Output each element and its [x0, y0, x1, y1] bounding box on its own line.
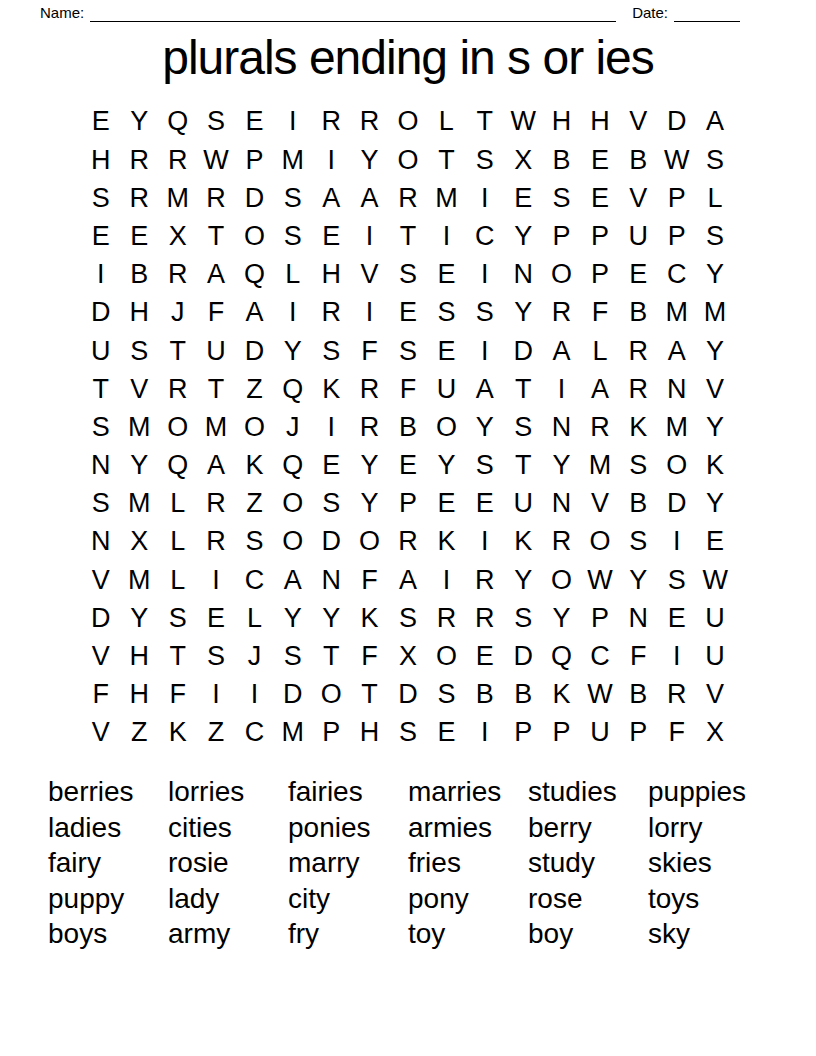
grid-cell-r8c6[interactable]: Q	[274, 370, 312, 408]
word-list-item-fries: fries	[408, 845, 528, 881]
grid-cell-r16c9[interactable]: D	[389, 676, 427, 714]
grid-cell-r12c15[interactable]: S	[619, 523, 657, 561]
grid-cell-r4c17[interactable]: S	[696, 217, 734, 255]
grid-cell-r11c5[interactable]: Z	[235, 485, 273, 523]
grid-cell-r6c6[interactable]: I	[274, 294, 312, 332]
grid-cell-r5c9[interactable]: S	[389, 256, 427, 294]
grid-cell-r16c11[interactable]: B	[466, 676, 504, 714]
grid-cell-r3c6[interactable]: S	[274, 179, 312, 217]
grid-cell-r5c8[interactable]: V	[350, 256, 388, 294]
grid-cell-r12c13[interactable]: R	[542, 523, 580, 561]
grid-cell-r7c10[interactable]: E	[427, 332, 465, 370]
grid-cell-r8c14[interactable]: A	[581, 370, 619, 408]
grid-cell-r13c9[interactable]: A	[389, 561, 427, 599]
grid-cell-r8c10[interactable]: U	[427, 370, 465, 408]
grid-cell-r11c13[interactable]: N	[542, 485, 580, 523]
grid-cell-r15c17[interactable]: U	[696, 637, 734, 675]
grid-cell-r10c9[interactable]: E	[389, 446, 427, 484]
grid-cell-r3c12[interactable]: E	[504, 179, 542, 217]
grid-cell-r1c16[interactable]: D	[658, 103, 696, 141]
grid-cell-r9c6[interactable]: J	[274, 408, 312, 446]
grid-cell-r6c13[interactable]: R	[542, 294, 580, 332]
grid-cell-r16c12[interactable]: B	[504, 676, 542, 714]
grid-cell-r3c16[interactable]: P	[658, 179, 696, 217]
grid-cell-r13c4[interactable]: I	[197, 561, 235, 599]
grid-cell-r11c4[interactable]: R	[197, 485, 235, 523]
grid-cell-r2c3[interactable]: R	[158, 141, 196, 179]
grid-cell-r11c14[interactable]: V	[581, 485, 619, 523]
grid-cell-r12c7[interactable]: D	[312, 523, 350, 561]
grid-cell-r9c3[interactable]: O	[158, 408, 196, 446]
grid-cell-r10c7[interactable]: E	[312, 446, 350, 484]
grid-cell-r2c14[interactable]: E	[581, 141, 619, 179]
grid-cell-r6c9[interactable]: E	[389, 294, 427, 332]
grid-cell-r9c17[interactable]: Y	[696, 408, 734, 446]
grid-cell-r4c12[interactable]: Y	[504, 217, 542, 255]
grid-cell-r10c8[interactable]: Y	[350, 446, 388, 484]
grid-cell-r5c13[interactable]: O	[542, 256, 580, 294]
grid-cell-r2c9[interactable]: O	[389, 141, 427, 179]
grid-cell-r4c11[interactable]: C	[466, 217, 504, 255]
grid-cell-r7c9[interactable]: S	[389, 332, 427, 370]
grid-cell-r6c4[interactable]: F	[197, 294, 235, 332]
grid-cell-r14c7[interactable]: Y	[312, 599, 350, 637]
grid-cell-r14c4[interactable]: E	[197, 599, 235, 637]
grid-cell-r14c15[interactable]: N	[619, 599, 657, 637]
grid-cell-r8c13[interactable]: I	[542, 370, 580, 408]
grid-cell-r3c7[interactable]: A	[312, 179, 350, 217]
grid-cell-r7c17[interactable]: Y	[696, 332, 734, 370]
grid-cell-r5c17[interactable]: Y	[696, 256, 734, 294]
grid-cell-r5c16[interactable]: C	[658, 256, 696, 294]
grid-cell-r4c8[interactable]: I	[350, 217, 388, 255]
grid-cell-r13c5[interactable]: C	[235, 561, 273, 599]
grid-cell-r6c2[interactable]: H	[120, 294, 158, 332]
grid-cell-r4c5[interactable]: O	[235, 217, 273, 255]
grid-cell-r12c2[interactable]: X	[120, 523, 158, 561]
grid-cell-r15c2[interactable]: H	[120, 637, 158, 675]
grid-cell-r9c1[interactable]: S	[82, 408, 120, 446]
grid-cell-r17c11[interactable]: I	[466, 714, 504, 752]
grid-cell-r16c4[interactable]: I	[197, 676, 235, 714]
grid-cell-r13c11[interactable]: R	[466, 561, 504, 599]
grid-cell-r10c14[interactable]: M	[581, 446, 619, 484]
grid-cell-r12c4[interactable]: R	[197, 523, 235, 561]
grid-cell-r12c14[interactable]: O	[581, 523, 619, 561]
grid-cell-r8c8[interactable]: R	[350, 370, 388, 408]
grid-cell-r2c12[interactable]: X	[504, 141, 542, 179]
grid-cell-r15c4[interactable]: S	[197, 637, 235, 675]
grid-cell-r14c16[interactable]: E	[658, 599, 696, 637]
grid-cell-r4c6[interactable]: S	[274, 217, 312, 255]
grid-cell-r2c8[interactable]: Y	[350, 141, 388, 179]
grid-cell-r13c15[interactable]: Y	[619, 561, 657, 599]
grid-cell-r9c7[interactable]: I	[312, 408, 350, 446]
grid-cell-r10c3[interactable]: Q	[158, 446, 196, 484]
grid-cell-r2c16[interactable]: W	[658, 141, 696, 179]
grid-cell-r12c8[interactable]: O	[350, 523, 388, 561]
grid-cell-r3c15[interactable]: V	[619, 179, 657, 217]
grid-cell-r16c1[interactable]: F	[82, 676, 120, 714]
grid-cell-r4c15[interactable]: U	[619, 217, 657, 255]
word-list-item-studies: studies	[528, 774, 648, 810]
grid-cell-r13c12[interactable]: Y	[504, 561, 542, 599]
grid-cell-r8c1[interactable]: T	[82, 370, 120, 408]
grid-cell-r13c3[interactable]: L	[158, 561, 196, 599]
grid-cell-r9c2[interactable]: M	[120, 408, 158, 446]
grid-cell-r17c10[interactable]: E	[427, 714, 465, 752]
grid-cell-r15c12[interactable]: D	[504, 637, 542, 675]
grid-cell-r16c8[interactable]: T	[350, 676, 388, 714]
grid-cell-r4c10[interactable]: I	[427, 217, 465, 255]
grid-cell-r11c6[interactable]: O	[274, 485, 312, 523]
grid-cell-r6c16[interactable]: M	[658, 294, 696, 332]
grid-cell-r16c15[interactable]: B	[619, 676, 657, 714]
grid-cell-r6c7[interactable]: R	[312, 294, 350, 332]
grid-cell-r16c3[interactable]: F	[158, 676, 196, 714]
grid-cell-r14c9[interactable]: S	[389, 599, 427, 637]
grid-cell-r1c6[interactable]: I	[274, 103, 312, 141]
grid-cell-r2c5[interactable]: P	[235, 141, 273, 179]
grid-cell-r9c5[interactable]: O	[235, 408, 273, 446]
grid-cell-r12c3[interactable]: L	[158, 523, 196, 561]
grid-cell-r4c14[interactable]: P	[581, 217, 619, 255]
grid-cell-r16c14[interactable]: W	[581, 676, 619, 714]
grid-cell-r15c15[interactable]: F	[619, 637, 657, 675]
grid-cell-r16c16[interactable]: R	[658, 676, 696, 714]
grid-cell-r6c5[interactable]: A	[235, 294, 273, 332]
grid-cell-r15c1[interactable]: V	[82, 637, 120, 675]
grid-cell-r1c8[interactable]: R	[350, 103, 388, 141]
grid-cell-r8c11[interactable]: A	[466, 370, 504, 408]
grid-cell-r11c17[interactable]: Y	[696, 485, 734, 523]
grid-cell-r9c16[interactable]: M	[658, 408, 696, 446]
grid-cell-r9c14[interactable]: R	[581, 408, 619, 446]
grid-cell-r10c12[interactable]: T	[504, 446, 542, 484]
grid-cell-r11c2[interactable]: M	[120, 485, 158, 523]
grid-cell-r12c16[interactable]: I	[658, 523, 696, 561]
grid-cell-r4c1[interactable]: E	[82, 217, 120, 255]
grid-cell-r1c2[interactable]: Y	[120, 103, 158, 141]
grid-cell-r4c3[interactable]: X	[158, 217, 196, 255]
grid-cell-r7c16[interactable]: A	[658, 332, 696, 370]
grid-cell-r13c7[interactable]: N	[312, 561, 350, 599]
grid-cell-r6c1[interactable]: D	[82, 294, 120, 332]
grid-cell-r8c12[interactable]: T	[504, 370, 542, 408]
grid-cell-r11c10[interactable]: E	[427, 485, 465, 523]
grid-cell-r6c12[interactable]: Y	[504, 294, 542, 332]
grid-cell-r17c8[interactable]: H	[350, 714, 388, 752]
grid-cell-r1c7[interactable]: R	[312, 103, 350, 141]
grid-cell-r7c14[interactable]: L	[581, 332, 619, 370]
grid-cell-r16c7[interactable]: O	[312, 676, 350, 714]
grid-cell-r15c3[interactable]: T	[158, 637, 196, 675]
grid-cell-r17c5[interactable]: C	[235, 714, 273, 752]
grid-cell-r7c11[interactable]: I	[466, 332, 504, 370]
grid-cell-r5c5[interactable]: Q	[235, 256, 273, 294]
grid-cell-r17c6[interactable]: M	[274, 714, 312, 752]
grid-cell-r4c4[interactable]: T	[197, 217, 235, 255]
grid-cell-r7c3[interactable]: T	[158, 332, 196, 370]
grid-cell-r9c10[interactable]: O	[427, 408, 465, 446]
grid-cell-r7c15[interactable]: R	[619, 332, 657, 370]
grid-cell-r2c11[interactable]: S	[466, 141, 504, 179]
grid-cell-r14c6[interactable]: Y	[274, 599, 312, 637]
word-list-item-ladies: ladies	[48, 810, 168, 846]
grid-cell-r2c13[interactable]: B	[542, 141, 580, 179]
grid-cell-r2c1[interactable]: H	[82, 141, 120, 179]
grid-cell-r3c3[interactable]: M	[158, 179, 196, 217]
grid-cell-r6c17[interactable]: M	[696, 294, 734, 332]
grid-cell-r10c16[interactable]: O	[658, 446, 696, 484]
grid-cell-r11c3[interactable]: L	[158, 485, 196, 523]
grid-cell-r12c5[interactable]: S	[235, 523, 273, 561]
grid-cell-r4c13[interactable]: P	[542, 217, 580, 255]
grid-cell-r3c11[interactable]: I	[466, 179, 504, 217]
grid-cell-r8c3[interactable]: R	[158, 370, 196, 408]
grid-cell-r14c5[interactable]: L	[235, 599, 273, 637]
grid-cell-r15c9[interactable]: X	[389, 637, 427, 675]
grid-cell-r1c3[interactable]: Q	[158, 103, 196, 141]
grid-cell-r14c3[interactable]: S	[158, 599, 196, 637]
grid-cell-r17c17[interactable]: X	[696, 714, 734, 752]
grid-cell-r8c7[interactable]: K	[312, 370, 350, 408]
grid-cell-r2c4[interactable]: W	[197, 141, 235, 179]
grid-cell-r15c16[interactable]: I	[658, 637, 696, 675]
grid-cell-r15c10[interactable]: O	[427, 637, 465, 675]
grid-cell-r6c3[interactable]: J	[158, 294, 196, 332]
grid-cell-r17c1[interactable]: V	[82, 714, 120, 752]
grid-cell-r8c17[interactable]: V	[696, 370, 734, 408]
grid-cell-r7c4[interactable]: U	[197, 332, 235, 370]
grid-cell-r1c1[interactable]: E	[82, 103, 120, 141]
grid-cell-r1c5[interactable]: E	[235, 103, 273, 141]
grid-cell-r15c8[interactable]: F	[350, 637, 388, 675]
grid-cell-r9c12[interactable]: S	[504, 408, 542, 446]
grid-cell-r10c1[interactable]: N	[82, 446, 120, 484]
grid-cell-r11c15[interactable]: B	[619, 485, 657, 523]
grid-cell-r17c7[interactable]: P	[312, 714, 350, 752]
grid-cell-r9c9[interactable]: B	[389, 408, 427, 446]
grid-cell-r10c10[interactable]: Y	[427, 446, 465, 484]
grid-cell-r7c13[interactable]: A	[542, 332, 580, 370]
date-blank-line[interactable]	[674, 6, 740, 22]
grid-cell-r10c2[interactable]: Y	[120, 446, 158, 484]
grid-cell-r3c8[interactable]: A	[350, 179, 388, 217]
grid-cell-r12c9[interactable]: R	[389, 523, 427, 561]
grid-cell-r6c10[interactable]: S	[427, 294, 465, 332]
grid-cell-r14c13[interactable]: Y	[542, 599, 580, 637]
grid-cell-r15c6[interactable]: S	[274, 637, 312, 675]
grid-cell-r13c17[interactable]: W	[696, 561, 734, 599]
grid-cell-r5c15[interactable]: E	[619, 256, 657, 294]
grid-cell-r10c13[interactable]: Y	[542, 446, 580, 484]
grid-cell-r4c7[interactable]: E	[312, 217, 350, 255]
grid-cell-r3c1[interactable]: S	[82, 179, 120, 217]
grid-cell-r17c9[interactable]: S	[389, 714, 427, 752]
grid-cell-r16c13[interactable]: K	[542, 676, 580, 714]
grid-cell-r1c4[interactable]: S	[197, 103, 235, 141]
grid-cell-r10c6[interactable]: Q	[274, 446, 312, 484]
word-list-item-marries: marries	[408, 774, 528, 810]
grid-cell-r14c11[interactable]: R	[466, 599, 504, 637]
grid-cell-r3c4[interactable]: R	[197, 179, 235, 217]
grid-cell-r11c8[interactable]: Y	[350, 485, 388, 523]
grid-cell-r14c2[interactable]: Y	[120, 599, 158, 637]
grid-cell-r12c10[interactable]: K	[427, 523, 465, 561]
grid-cell-r4c9[interactable]: T	[389, 217, 427, 255]
grid-cell-r13c14[interactable]: W	[581, 561, 619, 599]
grid-cell-r1c9[interactable]: O	[389, 103, 427, 141]
grid-cell-r17c16[interactable]: F	[658, 714, 696, 752]
grid-cell-r1c13[interactable]: H	[542, 103, 580, 141]
grid-cell-r15c5[interactable]: J	[235, 637, 273, 675]
grid-cell-r9c4[interactable]: M	[197, 408, 235, 446]
grid-cell-r5c10[interactable]: E	[427, 256, 465, 294]
grid-cell-r10c17[interactable]: K	[696, 446, 734, 484]
grid-cell-r5c6[interactable]: L	[274, 256, 312, 294]
grid-cell-r7c6[interactable]: Y	[274, 332, 312, 370]
grid-cell-r8c2[interactable]: V	[120, 370, 158, 408]
name-label: Name:	[40, 4, 84, 22]
word-list-item-fairy: fairy	[48, 845, 168, 881]
grid-cell-r13c1[interactable]: V	[82, 561, 120, 599]
grid-cell-r13c10[interactable]: I	[427, 561, 465, 599]
grid-cell-r16c17[interactable]: V	[696, 676, 734, 714]
grid-cell-r6c8[interactable]: I	[350, 294, 388, 332]
grid-cell-r14c10[interactable]: R	[427, 599, 465, 637]
grid-cell-r17c15[interactable]: P	[619, 714, 657, 752]
grid-cell-r15c7[interactable]: T	[312, 637, 350, 675]
grid-cell-r2c2[interactable]: R	[120, 141, 158, 179]
grid-cell-r9c11[interactable]: Y	[466, 408, 504, 446]
grid-cell-r11c11[interactable]: E	[466, 485, 504, 523]
grid-cell-r8c15[interactable]: R	[619, 370, 657, 408]
grid-cell-r1c15[interactable]: V	[619, 103, 657, 141]
grid-cell-r6c11[interactable]: S	[466, 294, 504, 332]
grid-cell-r2c7[interactable]: I	[312, 141, 350, 179]
grid-cell-r6c14[interactable]: F	[581, 294, 619, 332]
grid-cell-r5c12[interactable]: N	[504, 256, 542, 294]
grid-cell-r2c10[interactable]: T	[427, 141, 465, 179]
grid-cell-r1c10[interactable]: L	[427, 103, 465, 141]
grid-cell-r5c11[interactable]: I	[466, 256, 504, 294]
grid-cell-r8c5[interactable]: Z	[235, 370, 273, 408]
grid-cell-r5c2[interactable]: B	[120, 256, 158, 294]
grid-cell-r1c11[interactable]: T	[466, 103, 504, 141]
grid-cell-r12c12[interactable]: K	[504, 523, 542, 561]
grid-cell-r9c13[interactable]: N	[542, 408, 580, 446]
grid-cell-r11c1[interactable]: S	[82, 485, 120, 523]
grid-cell-r4c16[interactable]: P	[658, 217, 696, 255]
grid-cell-r3c10[interactable]: M	[427, 179, 465, 217]
grid-cell-r17c12[interactable]: P	[504, 714, 542, 752]
grid-cell-r13c6[interactable]: A	[274, 561, 312, 599]
grid-cell-r2c15[interactable]: B	[619, 141, 657, 179]
grid-cell-r3c2[interactable]: R	[120, 179, 158, 217]
grid-cell-r12c17[interactable]: E	[696, 523, 734, 561]
word-list-item-marry: marry	[288, 845, 408, 881]
grid-cell-r8c16[interactable]: N	[658, 370, 696, 408]
grid-cell-r17c4[interactable]: Z	[197, 714, 235, 752]
grid-cell-r1c14[interactable]: H	[581, 103, 619, 141]
grid-cell-r14c17[interactable]: U	[696, 599, 734, 637]
grid-cell-r6c15[interactable]: B	[619, 294, 657, 332]
grid-cell-r11c7[interactable]: S	[312, 485, 350, 523]
grid-cell-r5c7[interactable]: H	[312, 256, 350, 294]
grid-cell-r2c17[interactable]: S	[696, 141, 734, 179]
grid-cell-r5c14[interactable]: P	[581, 256, 619, 294]
wordsearch-grid: EYQSEIRROLTWHHVDAHRRWPMIYOTSXBEBWSSRMRDS…	[82, 103, 735, 752]
grid-cell-r9c15[interactable]: K	[619, 408, 657, 446]
grid-cell-r17c2[interactable]: Z	[120, 714, 158, 752]
grid-cell-r4c2[interactable]: E	[120, 217, 158, 255]
grid-cell-r5c3[interactable]: R	[158, 256, 196, 294]
grid-cell-r11c9[interactable]: P	[389, 485, 427, 523]
grid-cell-r13c2[interactable]: M	[120, 561, 158, 599]
grid-cell-r5c4[interactable]: A	[197, 256, 235, 294]
grid-cell-r3c5[interactable]: D	[235, 179, 273, 217]
grid-cell-r13c13[interactable]: O	[542, 561, 580, 599]
grid-cell-r15c13[interactable]: Q	[542, 637, 580, 675]
grid-cell-r10c4[interactable]: A	[197, 446, 235, 484]
grid-cell-r7c12[interactable]: D	[504, 332, 542, 370]
grid-cell-r12c11[interactable]: I	[466, 523, 504, 561]
grid-cell-r14c1[interactable]: D	[82, 599, 120, 637]
grid-cell-r8c9[interactable]: F	[389, 370, 427, 408]
grid-cell-r1c12[interactable]: W	[504, 103, 542, 141]
grid-cell-r1c17[interactable]: A	[696, 103, 734, 141]
grid-cell-r7c8[interactable]: F	[350, 332, 388, 370]
grid-cell-r8c4[interactable]: T	[197, 370, 235, 408]
grid-cell-r17c3[interactable]: K	[158, 714, 196, 752]
grid-cell-r14c12[interactable]: S	[504, 599, 542, 637]
grid-cell-r15c11[interactable]: E	[466, 637, 504, 675]
grid-cell-r12c6[interactable]: O	[274, 523, 312, 561]
grid-cell-r12c1[interactable]: N	[82, 523, 120, 561]
grid-cell-r13c8[interactable]: F	[350, 561, 388, 599]
grid-cell-r9c8[interactable]: R	[350, 408, 388, 446]
grid-cell-r7c1[interactable]: U	[82, 332, 120, 370]
grid-cell-r16c6[interactable]: D	[274, 676, 312, 714]
grid-cell-r15c14[interactable]: C	[581, 637, 619, 675]
grid-cell-r3c17[interactable]: L	[696, 179, 734, 217]
grid-cell-r3c14[interactable]: E	[581, 179, 619, 217]
grid-cell-r10c15[interactable]: S	[619, 446, 657, 484]
grid-cell-r7c7[interactable]: S	[312, 332, 350, 370]
grid-cell-r10c11[interactable]: S	[466, 446, 504, 484]
name-blank-line[interactable]	[90, 6, 616, 22]
grid-cell-r14c14[interactable]: P	[581, 599, 619, 637]
grid-cell-r2c6[interactable]: M	[274, 141, 312, 179]
word-list-item-ponies: ponies	[288, 810, 408, 846]
grid-cell-r7c5[interactable]: D	[235, 332, 273, 370]
grid-cell-r16c10[interactable]: S	[427, 676, 465, 714]
grid-cell-r3c9[interactable]: R	[389, 179, 427, 217]
grid-cell-r16c2[interactable]: H	[120, 676, 158, 714]
grid-cell-r7c2[interactable]: S	[120, 332, 158, 370]
grid-cell-r11c16[interactable]: D	[658, 485, 696, 523]
grid-cell-r14c8[interactable]: K	[350, 599, 388, 637]
grid-cell-r10c5[interactable]: K	[235, 446, 273, 484]
grid-cell-r13c16[interactable]: S	[658, 561, 696, 599]
grid-cell-r3c13[interactable]: S	[542, 179, 580, 217]
grid-cell-r17c14[interactable]: U	[581, 714, 619, 752]
grid-cell-r5c1[interactable]: I	[82, 256, 120, 294]
grid-cell-r11c12[interactable]: U	[504, 485, 542, 523]
grid-cell-r17c13[interactable]: P	[542, 714, 580, 752]
grid-cell-r16c5[interactable]: I	[235, 676, 273, 714]
